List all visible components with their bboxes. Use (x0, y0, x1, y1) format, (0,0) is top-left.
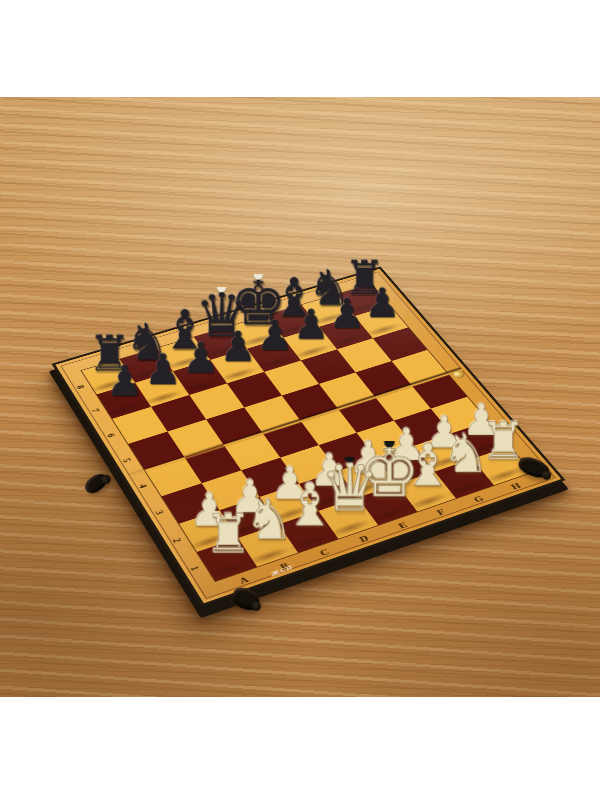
piece-shadow (203, 558, 254, 582)
piece-shadow (226, 516, 275, 539)
square-e1[interactable] (358, 485, 418, 526)
square-d4[interactable] (262, 420, 319, 458)
square-f1[interactable] (396, 472, 455, 512)
board-grid (82, 284, 532, 581)
square-a5[interactable] (128, 432, 184, 470)
piece-shadow (306, 489, 354, 511)
square-a1[interactable] (197, 538, 257, 581)
wood-table-background: ABCDEFGH 87654321 жсп ♜♞♝♛♚♝♞♜♟♟♟♟♟♟♟♟♟♟… (0, 97, 600, 697)
maker-emblem-icon (451, 370, 466, 379)
piece-shadow (366, 503, 414, 526)
square-g2[interactable] (414, 433, 472, 471)
rank-label-8: 8 (58, 377, 102, 397)
royal-finial (253, 267, 263, 280)
square-a3[interactable] (162, 483, 220, 523)
square-h2[interactable] (451, 421, 509, 459)
square-c2[interactable] (260, 484, 319, 524)
piece-shadow (185, 529, 235, 552)
piece-shadow (266, 502, 315, 525)
piece-shadow (384, 464, 431, 486)
square-g1[interactable] (435, 459, 494, 498)
square-b2[interactable] (220, 497, 279, 538)
board-scene: ABCDEFGH 87654321 жсп ♜♞♝♛♚♝♞♜♟♟♟♟♟♟♟♟♟♟… (108, 228, 492, 612)
piece-shadow (245, 544, 295, 568)
clasp-left-icon (82, 470, 110, 497)
square-a4[interactable] (145, 457, 202, 496)
square-b3[interactable] (202, 470, 260, 510)
square-a2[interactable] (179, 510, 238, 552)
square-d2[interactable] (299, 471, 358, 511)
piece-shadow (286, 530, 335, 553)
square-b1[interactable] (238, 524, 298, 566)
piece-shadow (405, 490, 453, 512)
piece-shadow (443, 477, 491, 499)
piece-shadow (326, 516, 375, 539)
board-face: ABCDEFGH 87654321 жсп (52, 266, 566, 606)
piece-shadow (460, 438, 506, 459)
square-b4[interactable] (184, 444, 241, 483)
square-b5[interactable] (167, 419, 223, 457)
piece-shadow (345, 476, 393, 498)
royal-finial (217, 281, 227, 293)
chess-board: ABCDEFGH 87654321 жсп ♜♞♝♛♚♝♞♜♟♟♟♟♟♟♟♟♟♟… (52, 266, 566, 606)
piece-shadow (422, 451, 469, 472)
square-c4[interactable] (223, 432, 280, 470)
square-d1[interactable] (318, 498, 378, 539)
square-f2[interactable] (376, 446, 434, 485)
square-e3[interactable] (319, 433, 377, 471)
square-d3[interactable] (280, 445, 338, 484)
square-c3[interactable] (241, 458, 299, 497)
file-labels: ABCDEFGH (219, 474, 539, 593)
square-e2[interactable] (338, 458, 397, 497)
square-f3[interactable] (357, 421, 414, 459)
square-c1[interactable] (279, 511, 339, 553)
brand-text: жсп (268, 563, 295, 578)
